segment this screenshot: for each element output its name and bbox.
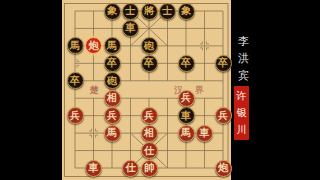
app-window: 楚河 汉界 象士將士象車馬馬砲卒卒卒卒卒砲車炮相兵兵兵兵兵馬相馬車仕車仕帥炮 李… bbox=[0, 0, 320, 180]
piece-black-chariot[interactable]: 車 bbox=[178, 107, 195, 124]
piece-black-soldier[interactable]: 卒 bbox=[141, 55, 158, 72]
piece-red-chariot[interactable]: 車 bbox=[85, 160, 102, 177]
xiangqi-board[interactable]: 楚河 汉界 象士將士象車馬馬砲卒卒卒卒卒砲車炮相兵兵兵兵兵馬相馬車仕車仕帥炮 bbox=[62, 0, 231, 180]
piece-black-soldier[interactable]: 卒 bbox=[67, 72, 84, 89]
piece-red-soldier[interactable]: 兵 bbox=[141, 107, 158, 124]
piece-black-horse[interactable]: 馬 bbox=[67, 37, 84, 54]
piece-red-general[interactable]: 帥 bbox=[141, 160, 158, 177]
piece-red-elephant[interactable]: 相 bbox=[104, 90, 121, 107]
piece-black-cannon[interactable]: 砲 bbox=[141, 37, 158, 54]
piece-black-advisor[interactable]: 士 bbox=[159, 3, 176, 20]
player-top-name: 李洪宾 bbox=[236, 34, 251, 83]
piece-red-advisor[interactable]: 仕 bbox=[141, 142, 158, 159]
piece-red-horse[interactable]: 馬 bbox=[104, 125, 121, 142]
piece-black-soldier[interactable]: 卒 bbox=[215, 55, 232, 72]
piece-red-soldier[interactable]: 兵 bbox=[104, 107, 121, 124]
piece-black-elephant[interactable]: 象 bbox=[104, 3, 121, 20]
player-bottom-name-badge: 许银川 bbox=[234, 86, 249, 140]
piece-red-soldier[interactable]: 兵 bbox=[215, 107, 232, 124]
piece-black-advisor[interactable]: 士 bbox=[122, 3, 139, 20]
piece-red-cannon[interactable]: 炮 bbox=[215, 160, 232, 177]
piece-black-soldier[interactable]: 卒 bbox=[178, 55, 195, 72]
piece-black-soldier[interactable]: 卒 bbox=[104, 55, 121, 72]
right-panel: 李洪宾 许银川 bbox=[231, 0, 320, 180]
piece-black-general[interactable]: 將 bbox=[141, 3, 158, 20]
piece-red-soldier[interactable]: 兵 bbox=[67, 107, 84, 124]
piece-red-soldier[interactable]: 兵 bbox=[178, 90, 195, 107]
piece-red-chariot[interactable]: 車 bbox=[196, 125, 213, 142]
piece-red-advisor[interactable]: 仕 bbox=[122, 160, 139, 177]
piece-black-chariot[interactable]: 車 bbox=[122, 20, 139, 37]
piece-black-horse[interactable]: 馬 bbox=[104, 37, 121, 54]
piece-black-elephant[interactable]: 象 bbox=[178, 3, 195, 20]
left-black-bar bbox=[0, 0, 62, 180]
piece-red-elephant[interactable]: 相 bbox=[141, 125, 158, 142]
piece-black-cannon[interactable]: 砲 bbox=[104, 72, 121, 89]
piece-red-horse[interactable]: 馬 bbox=[178, 125, 195, 142]
